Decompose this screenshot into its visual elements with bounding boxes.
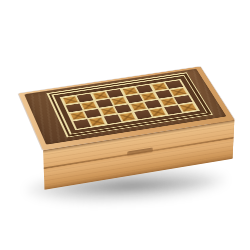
board-square (174, 95, 192, 104)
board-square (134, 110, 152, 119)
board-square (103, 114, 121, 123)
board-square (99, 107, 116, 116)
board-square (125, 94, 142, 103)
board-square (149, 107, 167, 116)
frame-cream-inner (59, 79, 199, 130)
board-square (77, 93, 94, 102)
scene (0, 0, 250, 250)
board-square (65, 103, 82, 112)
board-square (145, 100, 163, 109)
board-square (130, 102, 147, 111)
frame-cream-mid (51, 75, 207, 135)
board-square (84, 109, 101, 118)
frame-walnut-band (53, 76, 206, 134)
board-square (160, 97, 178, 106)
board-square (69, 111, 86, 120)
base-bottom-edge (44, 155, 232, 190)
board-square (92, 91, 109, 100)
board-square (179, 103, 197, 112)
board-square (111, 97, 128, 106)
board-square (62, 96, 79, 105)
board-square (115, 104, 132, 113)
board-square (80, 101, 97, 110)
board-square (88, 117, 106, 126)
board-square (164, 105, 182, 114)
board-square (95, 99, 112, 108)
product-photo (0, 0, 250, 250)
checkerboard (62, 80, 197, 129)
latch-recess (127, 148, 153, 157)
board-square (119, 112, 137, 121)
board-square (73, 119, 91, 128)
